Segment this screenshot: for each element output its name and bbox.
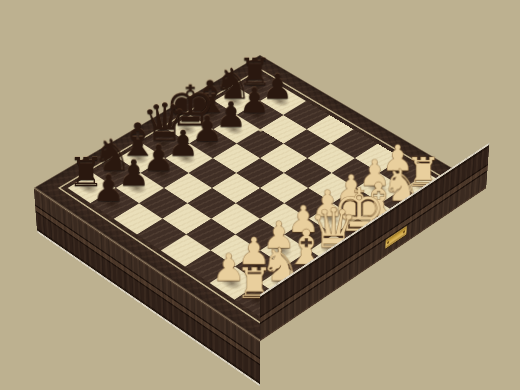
square-a7: ♟ [90,188,138,219]
chess-set-photo: ♜♟♟♜♞♟♟♞♝♟♟♝♚♟♟♚♛♟♟♛♝♟♟♝♞♟♟♞♜♟♟♜ [0,0,520,390]
black-pawn: ♟ [91,171,125,207]
brass-clasp [385,225,408,250]
chess-box-lid-top: ♜♟♟♜♞♟♟♞♝♟♟♝♚♟♟♚♛♟♟♛♝♟♟♝♞♟♟♞♜♟♟♜ [34,55,487,341]
